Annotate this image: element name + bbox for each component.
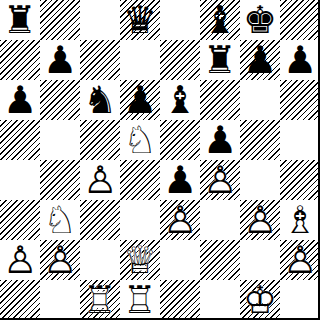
white-pawn-piece: ♙ [80, 160, 120, 200]
white-king-piece: ♔ [240, 280, 280, 320]
square-d4[interactable] [120, 160, 160, 200]
square-c4[interactable]: ♟♙ [80, 160, 120, 200]
chess-board-window: ♜♛♝♚♟♜♟♟♟♞♟♝♞♘♟♟♙♟♟♙♞♘♟♙♟♙♝♗♟♙♟♙♛♕♟♙♜♖♜♖… [0, 0, 320, 320]
white-pawn-fill: ♟ [80, 160, 120, 200]
square-g1[interactable]: ♚♔ [240, 280, 280, 320]
square-d7[interactable] [120, 40, 160, 80]
black-queen-piece: ♛ [120, 0, 160, 40]
white-queen-piece: ♕ [120, 240, 160, 280]
square-b5[interactable] [40, 120, 80, 160]
square-b6[interactable] [40, 80, 80, 120]
square-e8[interactable] [160, 0, 200, 40]
square-g2[interactable] [240, 240, 280, 280]
white-rook-fill: ♜ [80, 280, 120, 320]
square-a6[interactable]: ♟ [0, 80, 40, 120]
square-h6[interactable] [280, 80, 320, 120]
square-b7[interactable]: ♟ [40, 40, 80, 80]
square-h2[interactable]: ♟♙ [280, 240, 320, 280]
square-g4[interactable] [240, 160, 280, 200]
white-pawn-piece: ♙ [200, 160, 240, 200]
square-c6[interactable]: ♞ [80, 80, 120, 120]
square-b1[interactable] [40, 280, 80, 320]
white-knight-fill: ♞ [40, 200, 80, 240]
white-pawn-fill: ♟ [40, 240, 80, 280]
white-queen-fill: ♛ [120, 240, 160, 280]
square-f8[interactable]: ♝ [200, 0, 240, 40]
square-a8[interactable]: ♜ [0, 0, 40, 40]
white-king-fill: ♚ [240, 280, 280, 320]
square-f1[interactable] [200, 280, 240, 320]
square-g8[interactable]: ♚ [240, 0, 280, 40]
square-d3[interactable] [120, 200, 160, 240]
square-e3[interactable]: ♟♙ [160, 200, 200, 240]
square-c8[interactable] [80, 0, 120, 40]
square-b2[interactable]: ♟♙ [40, 240, 80, 280]
white-pawn-piece: ♙ [280, 240, 320, 280]
white-rook-piece: ♖ [120, 280, 160, 320]
square-h3[interactable]: ♝♗ [280, 200, 320, 240]
white-pawn-piece: ♙ [160, 200, 200, 240]
white-bishop-fill: ♝ [280, 200, 320, 240]
square-h5[interactable] [280, 120, 320, 160]
white-pawn-fill: ♟ [280, 240, 320, 280]
square-e6[interactable]: ♝ [160, 80, 200, 120]
square-c7[interactable] [80, 40, 120, 80]
white-knight-fill: ♞ [120, 120, 160, 160]
square-d1[interactable]: ♜♖ [120, 280, 160, 320]
square-g7[interactable]: ♟ [240, 40, 280, 80]
square-c2[interactable] [80, 240, 120, 280]
black-pawn-piece: ♟ [120, 80, 160, 120]
black-pawn-piece: ♟ [280, 40, 320, 80]
square-f4[interactable]: ♟♙ [200, 160, 240, 200]
square-h7[interactable]: ♟ [280, 40, 320, 80]
square-f3[interactable] [200, 200, 240, 240]
chess-board: ♜♛♝♚♟♜♟♟♟♞♟♝♞♘♟♟♙♟♟♙♞♘♟♙♟♙♝♗♟♙♟♙♛♕♟♙♜♖♜♖… [0, 0, 320, 320]
black-bishop-piece: ♝ [160, 80, 200, 120]
white-rook-fill: ♜ [120, 280, 160, 320]
square-b4[interactable] [40, 160, 80, 200]
black-pawn-piece: ♟ [200, 120, 240, 160]
square-c5[interactable] [80, 120, 120, 160]
square-d2[interactable]: ♛♕ [120, 240, 160, 280]
square-d6[interactable]: ♟ [120, 80, 160, 120]
white-pawn-piece: ♙ [240, 200, 280, 240]
square-f6[interactable] [200, 80, 240, 120]
white-bishop-piece: ♗ [280, 200, 320, 240]
square-d8[interactable]: ♛ [120, 0, 160, 40]
square-f7[interactable]: ♜ [200, 40, 240, 80]
square-a7[interactable] [0, 40, 40, 80]
square-e7[interactable] [160, 40, 200, 80]
black-king-piece: ♚ [240, 0, 280, 40]
square-a4[interactable] [0, 160, 40, 200]
white-pawn-piece: ♙ [40, 240, 80, 280]
black-pawn-piece: ♟ [240, 40, 280, 80]
black-bishop-piece: ♝ [200, 0, 240, 40]
black-pawn-piece: ♟ [0, 80, 40, 120]
square-g3[interactable]: ♟♙ [240, 200, 280, 240]
white-rook-piece: ♖ [80, 280, 120, 320]
white-pawn-fill: ♟ [240, 200, 280, 240]
square-a3[interactable] [0, 200, 40, 240]
square-d5[interactable]: ♞♘ [120, 120, 160, 160]
square-f5[interactable]: ♟ [200, 120, 240, 160]
square-a1[interactable] [0, 280, 40, 320]
square-e4[interactable]: ♟ [160, 160, 200, 200]
square-c3[interactable] [80, 200, 120, 240]
white-pawn-fill: ♟ [200, 160, 240, 200]
square-c1[interactable]: ♜♖ [80, 280, 120, 320]
square-h1[interactable] [280, 280, 320, 320]
black-knight-piece: ♞ [80, 80, 120, 120]
white-pawn-piece: ♙ [0, 240, 40, 280]
square-g6[interactable] [240, 80, 280, 120]
white-pawn-fill: ♟ [160, 200, 200, 240]
square-a2[interactable]: ♟♙ [0, 240, 40, 280]
square-b8[interactable] [40, 0, 80, 40]
square-b3[interactable]: ♞♘ [40, 200, 80, 240]
black-pawn-piece: ♟ [40, 40, 80, 80]
square-e1[interactable] [160, 280, 200, 320]
black-rook-piece: ♜ [200, 40, 240, 80]
square-e5[interactable] [160, 120, 200, 160]
square-f2[interactable] [200, 240, 240, 280]
white-pawn-fill: ♟ [0, 240, 40, 280]
square-h4[interactable] [280, 160, 320, 200]
square-e2[interactable] [160, 240, 200, 280]
white-knight-piece: ♘ [120, 120, 160, 160]
square-a5[interactable] [0, 120, 40, 160]
black-rook-piece: ♜ [0, 0, 40, 40]
black-pawn-piece: ♟ [160, 160, 200, 200]
square-h8[interactable] [280, 0, 320, 40]
square-g5[interactable] [240, 120, 280, 160]
white-knight-piece: ♘ [40, 200, 80, 240]
